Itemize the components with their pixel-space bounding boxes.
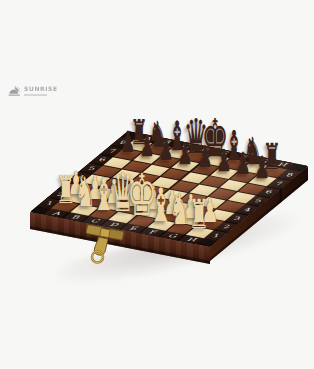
clasp-latch-icon: [84, 225, 126, 267]
sunrise-sun-icon: [8, 84, 21, 97]
watermark-logo: SUNRISE: [8, 84, 58, 97]
product-photo: SUNRISE ABCDEFGH ABCDEFGH 87654321 87654…: [0, 0, 314, 369]
watermark-brand-text: SUNRISE: [24, 86, 58, 92]
watermark-tagline: [24, 94, 47, 96]
